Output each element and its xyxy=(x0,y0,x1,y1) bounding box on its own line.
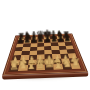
square-d1: ♛ xyxy=(36,64,45,70)
square-c1: ♝ xyxy=(27,65,36,71)
square-e1: ♚ xyxy=(45,64,54,70)
board-scene: ♜♞♝♛♚♝♞♜♟♟♟♟♟♟♟♟♟♟♟♟♟♟♟♟♜♞♝♛♚♝♞♜ xyxy=(0,0,90,90)
piece-black-rook: ♜ xyxy=(63,30,71,39)
chess-board: ♜♞♝♛♚♝♞♜♟♟♟♟♟♟♟♟♟♟♟♟♟♟♟♟♜♞♝♛♚♝♞♜ xyxy=(2,34,88,76)
photo-highlight-haze xyxy=(0,12,89,29)
board-grid: ♜♞♝♛♚♝♞♜♟♟♟♟♟♟♟♟♟♟♟♟♟♟♟♟♜♞♝♛♚♝♞♜ xyxy=(9,36,80,72)
square-a1: ♜ xyxy=(9,65,19,71)
square-h1: ♜ xyxy=(70,63,80,69)
chess-set-photo: ♜♞♝♛♚♝♞♜♟♟♟♟♟♟♟♟♟♟♟♟♟♟♟♟♜♞♝♛♚♝♞♜ xyxy=(0,0,90,90)
